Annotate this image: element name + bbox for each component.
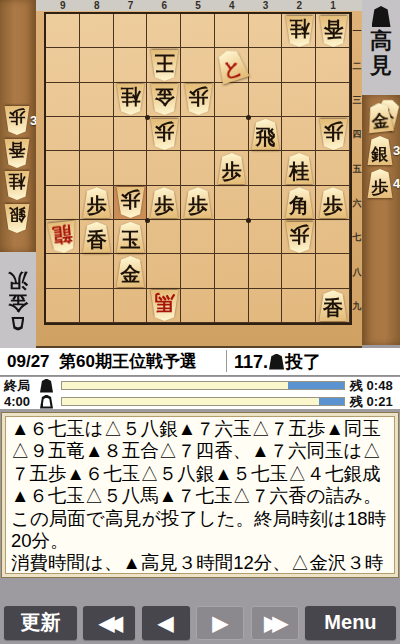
board-square-33 (249, 83, 283, 117)
menu-button[interactable]: Menu (305, 606, 396, 640)
file-label: 6 (161, 0, 167, 11)
board-square-93 (46, 83, 80, 117)
board-square-58 (181, 254, 215, 288)
sente-clock-row: 終局 残 0:48 (0, 378, 400, 393)
board-square-59 (181, 289, 215, 323)
board-square-94 (46, 117, 80, 151)
rank-label: 八 (352, 265, 362, 278)
board-square-72 (114, 48, 148, 82)
shogi-piece-角: 角 (285, 187, 314, 218)
captured-count: 3 (393, 143, 400, 158)
file-label: 4 (229, 0, 235, 11)
board-square-67 (147, 220, 181, 254)
board-square-74 (114, 117, 148, 151)
shogi-piece-飛: 飛 (251, 119, 280, 150)
shogi-piece-歩: 歩 (82, 187, 111, 218)
board-square-95 (46, 151, 80, 185)
sente-player-name: 高見 (368, 29, 394, 78)
board-square-46 (215, 186, 249, 220)
gote-clock-label: 4:00 (0, 394, 38, 409)
sente-time-bar (61, 381, 345, 390)
board-square-98 (46, 254, 80, 288)
shogi-piece-歩: 歩 (319, 187, 348, 218)
jump-forward-button: ▶▶ (251, 606, 299, 640)
shogi-piece-香: 香 (319, 16, 348, 47)
shogi-piece-歩: 歩 (4, 106, 30, 135)
sente-name-plate: 高見 (362, 0, 400, 95)
shogi-piece-歩: 歩 (150, 187, 179, 218)
gote-name-inner: 金沢 (5, 269, 31, 331)
rank-label: 五 (352, 162, 362, 175)
captured-slot-銀: 銀 (4, 204, 30, 233)
board-square-23 (282, 83, 316, 117)
shogi-piece-歩: 歩 (367, 169, 393, 198)
board-square-61 (147, 14, 181, 48)
shogi-piece-歩: 歩 (319, 119, 348, 150)
playback-toolbar: 更新◀◀◀▶▶▶Menu (0, 601, 400, 644)
shogi-piece-歩: 歩 (184, 187, 213, 218)
jump-back-button[interactable]: ◀◀ (83, 606, 135, 640)
file-label: 1 (330, 0, 336, 11)
shogi-piece-桂: 桂 (116, 84, 145, 115)
shogi-piece-歩: 歩 (184, 84, 213, 115)
shogi-piece-馬: 馬 (150, 290, 179, 321)
rank-label: 九 (352, 299, 362, 312)
board-square-48 (215, 254, 249, 288)
commentary-line: ▲６七玉は△５八銀▲７六玉△７五歩▲同玉△９五竜▲８五合△７四香、▲７六同玉は△… (11, 418, 389, 508)
info-bar: 09/27 第60期王位戦予選 117.投了 (0, 348, 400, 376)
board-square-22 (282, 48, 316, 82)
hoshi-dot (145, 218, 150, 223)
board-square-75 (114, 151, 148, 185)
board-square-15 (316, 151, 350, 185)
shogi-piece-桂: 桂 (285, 153, 314, 184)
move-text: 投了 (285, 352, 321, 372)
board-square-79 (114, 289, 148, 323)
board-square-88 (80, 254, 114, 288)
captured-slot-銀: 銀3 (367, 136, 393, 165)
shogi-piece-香: 香 (82, 222, 111, 253)
rank-label: 六 (352, 196, 362, 209)
board-square-96 (46, 186, 80, 220)
sente-captured-tray: 金金銀3歩4 (362, 95, 400, 345)
board-square-71 (114, 14, 148, 48)
captured-slot-金: 金金 (367, 103, 393, 132)
hoshi-dot (145, 115, 150, 120)
rank-label: 三 (352, 93, 362, 106)
shogi-live-app: 歩3香桂銀 金沢 987654321 一二三四五六七八九 香桂王と桂金歩歩飛歩歩… (0, 0, 400, 644)
shogi-piece-桂: 桂 (4, 171, 30, 200)
commentary-line: この局面で高見が投了した。終局時刻は18時20分。 (11, 508, 389, 553)
move-number: 117. (234, 352, 268, 372)
file-label: 8 (94, 0, 100, 11)
clock-area: 終局 残 0:48 4:00 残 0:21 (0, 377, 400, 409)
game-info: 09/27 第60期王位戦予選 (0, 350, 197, 373)
board-square-82 (80, 48, 114, 82)
gote-captured-tray: 歩3香桂銀 (0, 0, 36, 252)
gote-remaining-time: 残 0:21 (350, 393, 393, 411)
board-square-43 (215, 83, 249, 117)
hoshi-dot (246, 115, 251, 120)
board-square-49 (215, 289, 249, 323)
shogi-piece-歩: 歩 (150, 119, 179, 150)
board-square-28 (282, 254, 316, 288)
rank-label: 一 (352, 25, 362, 38)
board-square-35 (249, 151, 283, 185)
shogi-board: 一二三四五六七八九 香桂王と桂金歩歩飛歩歩桂歩歩歩歩角歩龍香玉歩金馬香 (36, 11, 362, 348)
shogi-piece-銀: 銀 (367, 136, 393, 165)
board-square-47 (215, 220, 249, 254)
step-back-button[interactable]: ◀ (142, 606, 190, 640)
board-square-18 (316, 254, 350, 288)
sente-clock-mark-icon (40, 379, 53, 393)
shogi-piece-歩: 歩 (116, 187, 145, 218)
board-square-12 (316, 48, 350, 82)
shogi-piece-王: 王 (150, 50, 179, 81)
rank-label: 四 (352, 128, 362, 141)
board-square-91 (46, 14, 80, 48)
board-square-31 (249, 14, 283, 48)
commentary-text: ▲６七玉は△５八銀▲７六玉△７五歩▲同玉△９五竜▲８五合△７四香、▲７六同玉は△… (5, 416, 395, 574)
captured-slot-歩: 歩4 (367, 169, 393, 198)
shogi-piece-銀: 銀 (4, 204, 30, 233)
sente-mark-icon (372, 6, 391, 27)
board-square-99 (46, 289, 80, 323)
board-square-92 (46, 48, 80, 82)
shogi-piece-玉: 玉 (116, 222, 145, 253)
board-square-55 (181, 151, 215, 185)
board-square-68 (147, 254, 181, 288)
shogi-piece-金: 金 (116, 256, 145, 287)
hoshi-dot (246, 218, 251, 223)
sente-clock-label: 終局 (0, 377, 38, 395)
board-square-17 (316, 220, 350, 254)
game-date: 09/27 (7, 352, 50, 371)
shogi-piece-龍: 龍 (47, 220, 79, 254)
board-square-57 (181, 220, 215, 254)
shogi-piece-香: 香 (4, 139, 30, 168)
board-square-39 (249, 289, 283, 323)
event-name: 第60期王位戦予選 (59, 352, 197, 371)
shogi-piece-歩: 歩 (285, 222, 314, 253)
board-square-37 (249, 220, 283, 254)
gote-clock-mark-icon (40, 395, 53, 409)
captured-count: 4 (393, 176, 400, 191)
captured-slot-香: 香 (4, 139, 30, 168)
board-square-24 (282, 117, 316, 151)
commentary-line: 消費時間は、▲高見３時間12分、△金沢３時間39分。 (11, 552, 389, 574)
board-square-32 (249, 48, 283, 82)
board-square-54 (181, 117, 215, 151)
shogi-piece-金: 金 (366, 102, 395, 134)
board-square-65 (147, 151, 181, 185)
info-divider (226, 350, 227, 372)
refresh-button[interactable]: 更新 (4, 606, 77, 640)
file-labels: 987654321 (36, 0, 362, 11)
sente-time-remaining-bar (288, 382, 344, 389)
board-square-29 (282, 289, 316, 323)
board-square-36 (249, 186, 283, 220)
file-label: 7 (128, 0, 134, 11)
board-square-51 (181, 14, 215, 48)
shogi-piece-金: 金 (150, 84, 179, 115)
captured-slot-歩: 歩3 (4, 106, 30, 135)
shogi-piece-香: 香 (319, 290, 348, 321)
shogi-piece-桂: 桂 (285, 16, 314, 47)
gote-time-bar (61, 397, 345, 406)
gote-clock-row: 4:00 残 0:21 (0, 394, 400, 409)
current-move: 117.投了 (234, 350, 321, 374)
move-side-mark-icon (269, 354, 284, 370)
gote-player-name: 金沢 (5, 269, 31, 314)
file-label: 5 (195, 0, 201, 11)
file-label: 3 (263, 0, 269, 11)
board-square-44 (215, 117, 249, 151)
captured-slot-桂: 桂 (4, 171, 30, 200)
board-square-81 (80, 14, 114, 48)
rank-labels: 一二三四五六七八九 (352, 12, 362, 325)
board-square-52 (181, 48, 215, 82)
board-square-83 (80, 83, 114, 117)
step-forward-button: ▶ (196, 606, 244, 640)
gote-mark-icon (12, 317, 25, 331)
gote-name-plate: 金沢 (0, 252, 36, 348)
gote-time-remaining-bar (319, 398, 344, 405)
commentary-panel: ▲６七玉は△５八銀▲７六玉△７五歩▲同玉△９五竜▲８五合△７四香、▲７六同玉は△… (1, 412, 399, 578)
board-square-38 (249, 254, 283, 288)
board-square-13 (316, 83, 350, 117)
board-square-84 (80, 117, 114, 151)
rank-label: 二 (352, 59, 362, 72)
shogi-piece-歩: 歩 (217, 153, 246, 184)
board-square-89 (80, 289, 114, 323)
board-square-85 (80, 151, 114, 185)
board-square-41 (215, 14, 249, 48)
file-label: 2 (297, 0, 303, 11)
rank-label: 七 (352, 231, 362, 244)
file-label: 9 (60, 0, 66, 11)
